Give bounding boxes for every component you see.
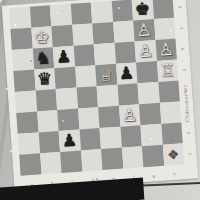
square-f4: [117, 83, 139, 105]
square-e8: [91, 1, 113, 23]
square-a3: [16, 111, 38, 133]
square-d4: [76, 86, 98, 108]
square-e7: [92, 22, 114, 44]
square-b1: [40, 152, 62, 174]
piece-black-knight-b6: ♞: [32, 47, 54, 69]
piece-white-rook-h5: ♖: [156, 60, 178, 82]
piece-white-pawn-h6: ♙: [155, 39, 177, 61]
square-a5: [13, 70, 35, 92]
square-b8: [29, 5, 51, 27]
square-f6: [114, 41, 136, 63]
square-g2: [140, 124, 162, 146]
square-h8: [152, 0, 174, 19]
square-d5: [75, 65, 97, 87]
square-d3: [78, 107, 100, 129]
square-c5: [54, 67, 76, 89]
square-f2: [120, 125, 142, 147]
square-h6: ♙: [155, 39, 177, 61]
board-grid: ♚♔♙♞♟♙♙♛♕♟♖♙♟❖: [9, 0, 184, 176]
corner-ornament: ❖: [162, 143, 184, 165]
piece-white-queen-e5: ♕: [95, 64, 117, 86]
rank-label-1: 1: [188, 152, 193, 155]
square-c7: [51, 25, 73, 47]
square-e3: [98, 106, 120, 128]
square-b6: ♞: [32, 47, 54, 69]
square-g6: ♙: [135, 40, 157, 62]
square-d2: [79, 128, 101, 150]
square-a1: [19, 153, 41, 175]
square-c2: ♟: [59, 130, 81, 152]
square-b4: [35, 89, 57, 111]
square-c4: [56, 88, 78, 110]
square-a6: [12, 49, 34, 71]
square-h7: [154, 18, 176, 40]
square-b3: [37, 110, 59, 132]
square-c6: ♟: [53, 46, 75, 68]
rank-label-7: 7: [179, 26, 184, 29]
square-b2: [38, 131, 60, 153]
square-a8: [9, 7, 31, 29]
square-d8: [70, 2, 92, 24]
square-g3: [139, 103, 161, 125]
square-g7: ♙: [133, 19, 155, 41]
square-e6: [94, 43, 116, 65]
piece-white-king-b7: ♔: [31, 26, 53, 48]
piece-black-queen-b5: ♛: [34, 68, 56, 90]
piece-white-pawn-g7: ♙: [133, 19, 155, 41]
piece-white-pawn-g6: ♙: [135, 40, 157, 62]
dust-speckles: [0, 0, 2, 2]
square-g8: ♚: [132, 0, 154, 21]
square-f1: [121, 146, 143, 168]
square-d1: [81, 149, 103, 171]
file-label-h: h: [173, 172, 176, 177]
square-h1: ❖: [162, 143, 184, 165]
square-e1: [101, 148, 123, 170]
square-g1: [142, 145, 164, 167]
square-a4: [15, 91, 37, 113]
square-d7: [72, 23, 94, 45]
square-c8: [50, 4, 72, 26]
chess-board: ♚♔♙♞♟♙♙♛♕♟♖♙♟❖ abcdefgh 87654321 Chessma…: [2, 0, 199, 191]
square-h3: [159, 101, 181, 123]
square-h2: [161, 122, 183, 144]
square-e5: ♕: [95, 64, 117, 86]
piece-black-pawn-c2: ♟: [59, 130, 81, 152]
square-f8: [111, 0, 133, 22]
piece-white-pawn-f3: ♙: [119, 104, 141, 126]
square-b7: ♔: [31, 26, 53, 48]
piece-black-king-g8: ♚: [132, 0, 154, 21]
square-e2: [100, 127, 122, 149]
square-g4: [137, 82, 159, 104]
square-b5: ♛: [34, 68, 56, 90]
square-g5: [136, 61, 158, 83]
piece-black-pawn-c6: ♟: [53, 46, 75, 68]
square-h5: ♖: [156, 60, 178, 82]
square-e4: [97, 85, 119, 107]
file-label-g: g: [152, 173, 155, 178]
square-a7: [10, 28, 32, 50]
square-f7: [113, 21, 135, 43]
square-c3: [57, 109, 79, 131]
square-c1: [60, 151, 82, 173]
square-f5: ♟: [116, 62, 138, 84]
photo-canvas: ♚♔♙♞♟♙♙♛♕♟♖♙♟❖ abcdefgh 87654321 Chessma…: [0, 0, 200, 200]
square-d6: [73, 44, 95, 66]
rank-label-8: 8: [177, 5, 182, 8]
square-h4: [158, 81, 180, 103]
square-f3: ♙: [119, 104, 141, 126]
square-a2: [18, 132, 40, 154]
rank-label-2: 2: [186, 131, 191, 134]
piece-black-pawn-f5: ♟: [116, 62, 138, 84]
